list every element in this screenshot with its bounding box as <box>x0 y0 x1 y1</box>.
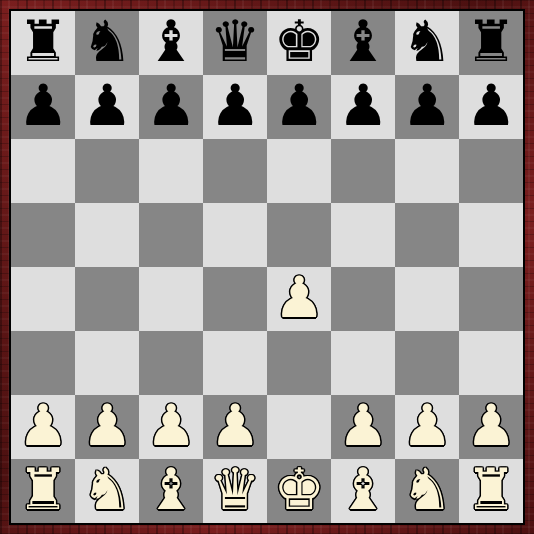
black-bishop-piece[interactable]: ♝ <box>145 13 196 70</box>
square-c6[interactable] <box>139 139 203 203</box>
square-a3[interactable] <box>11 331 75 395</box>
board-frame: ♜♞♝♛♚♝♞♜♟♟♟♟♟♟♟♟♟♟♟♟♟♟♟♟♜♞♝♛♚♝♞♜ <box>0 0 534 534</box>
white-pawn-piece[interactable]: ♟ <box>81 397 132 454</box>
white-pawn-piece[interactable]: ♟ <box>465 397 516 454</box>
square-g2[interactable]: ♟ <box>395 395 459 459</box>
square-e5[interactable] <box>267 203 331 267</box>
square-d8[interactable]: ♛ <box>203 11 267 75</box>
square-b3[interactable] <box>75 331 139 395</box>
square-a7[interactable]: ♟ <box>11 75 75 139</box>
square-g1[interactable]: ♞ <box>395 459 459 523</box>
square-g7[interactable]: ♟ <box>395 75 459 139</box>
white-bishop-piece[interactable]: ♝ <box>337 461 388 518</box>
white-knight-piece[interactable]: ♞ <box>401 461 452 518</box>
square-d3[interactable] <box>203 331 267 395</box>
white-pawn-piece[interactable]: ♟ <box>273 269 324 326</box>
square-g8[interactable]: ♞ <box>395 11 459 75</box>
white-pawn-piece[interactable]: ♟ <box>17 397 68 454</box>
white-pawn-piece[interactable]: ♟ <box>337 397 388 454</box>
square-d5[interactable] <box>203 203 267 267</box>
chess-board: ♜♞♝♛♚♝♞♜♟♟♟♟♟♟♟♟♟♟♟♟♟♟♟♟♜♞♝♛♚♝♞♜ <box>9 9 525 525</box>
square-c7[interactable]: ♟ <box>139 75 203 139</box>
square-d6[interactable] <box>203 139 267 203</box>
white-rook-piece[interactable]: ♜ <box>17 461 68 518</box>
square-g6[interactable] <box>395 139 459 203</box>
square-g5[interactable] <box>395 203 459 267</box>
square-e6[interactable] <box>267 139 331 203</box>
square-e3[interactable] <box>267 331 331 395</box>
square-a1[interactable]: ♜ <box>11 459 75 523</box>
square-f1[interactable]: ♝ <box>331 459 395 523</box>
square-h3[interactable] <box>459 331 523 395</box>
square-h8[interactable]: ♜ <box>459 11 523 75</box>
white-queen-piece[interactable]: ♛ <box>209 461 260 518</box>
square-b7[interactable]: ♟ <box>75 75 139 139</box>
square-e1[interactable]: ♚ <box>267 459 331 523</box>
square-a2[interactable]: ♟ <box>11 395 75 459</box>
black-bishop-piece[interactable]: ♝ <box>337 13 388 70</box>
square-d7[interactable]: ♟ <box>203 75 267 139</box>
white-bishop-piece[interactable]: ♝ <box>145 461 196 518</box>
white-rook-piece[interactable]: ♜ <box>465 461 516 518</box>
square-a6[interactable] <box>11 139 75 203</box>
square-c1[interactable]: ♝ <box>139 459 203 523</box>
square-c8[interactable]: ♝ <box>139 11 203 75</box>
white-pawn-piece[interactable]: ♟ <box>209 397 260 454</box>
square-b1[interactable]: ♞ <box>75 459 139 523</box>
square-e2[interactable] <box>267 395 331 459</box>
black-rook-piece[interactable]: ♜ <box>17 13 68 70</box>
square-b5[interactable] <box>75 203 139 267</box>
square-c2[interactable]: ♟ <box>139 395 203 459</box>
square-a8[interactable]: ♜ <box>11 11 75 75</box>
square-d2[interactable]: ♟ <box>203 395 267 459</box>
square-b8[interactable]: ♞ <box>75 11 139 75</box>
square-f5[interactable] <box>331 203 395 267</box>
black-pawn-piece[interactable]: ♟ <box>465 77 516 134</box>
black-rook-piece[interactable]: ♜ <box>465 13 516 70</box>
square-h4[interactable] <box>459 267 523 331</box>
square-f8[interactable]: ♝ <box>331 11 395 75</box>
square-b2[interactable]: ♟ <box>75 395 139 459</box>
square-h6[interactable] <box>459 139 523 203</box>
square-g3[interactable] <box>395 331 459 395</box>
square-a5[interactable] <box>11 203 75 267</box>
square-b4[interactable] <box>75 267 139 331</box>
square-c4[interactable] <box>139 267 203 331</box>
square-f7[interactable]: ♟ <box>331 75 395 139</box>
black-pawn-piece[interactable]: ♟ <box>401 77 452 134</box>
square-e8[interactable]: ♚ <box>267 11 331 75</box>
square-b6[interactable] <box>75 139 139 203</box>
black-king-piece[interactable]: ♚ <box>273 13 324 70</box>
square-d4[interactable] <box>203 267 267 331</box>
square-f4[interactable] <box>331 267 395 331</box>
black-knight-piece[interactable]: ♞ <box>81 13 132 70</box>
black-knight-piece[interactable]: ♞ <box>401 13 452 70</box>
black-pawn-piece[interactable]: ♟ <box>337 77 388 134</box>
white-pawn-piece[interactable]: ♟ <box>401 397 452 454</box>
square-h5[interactable] <box>459 203 523 267</box>
square-c5[interactable] <box>139 203 203 267</box>
square-f6[interactable] <box>331 139 395 203</box>
square-d1[interactable]: ♛ <box>203 459 267 523</box>
square-h2[interactable]: ♟ <box>459 395 523 459</box>
square-f3[interactable] <box>331 331 395 395</box>
square-h7[interactable]: ♟ <box>459 75 523 139</box>
black-pawn-piece[interactable]: ♟ <box>81 77 132 134</box>
black-queen-piece[interactable]: ♛ <box>209 13 260 70</box>
black-pawn-piece[interactable]: ♟ <box>273 77 324 134</box>
square-g4[interactable] <box>395 267 459 331</box>
square-f2[interactable]: ♟ <box>331 395 395 459</box>
square-a4[interactable] <box>11 267 75 331</box>
square-e4[interactable]: ♟ <box>267 267 331 331</box>
black-pawn-piece[interactable]: ♟ <box>17 77 68 134</box>
white-king-piece[interactable]: ♚ <box>273 461 324 518</box>
square-h1[interactable]: ♜ <box>459 459 523 523</box>
square-e7[interactable]: ♟ <box>267 75 331 139</box>
black-pawn-piece[interactable]: ♟ <box>209 77 260 134</box>
white-pawn-piece[interactable]: ♟ <box>145 397 196 454</box>
white-knight-piece[interactable]: ♞ <box>81 461 132 518</box>
black-pawn-piece[interactable]: ♟ <box>145 77 196 134</box>
square-c3[interactable] <box>139 331 203 395</box>
